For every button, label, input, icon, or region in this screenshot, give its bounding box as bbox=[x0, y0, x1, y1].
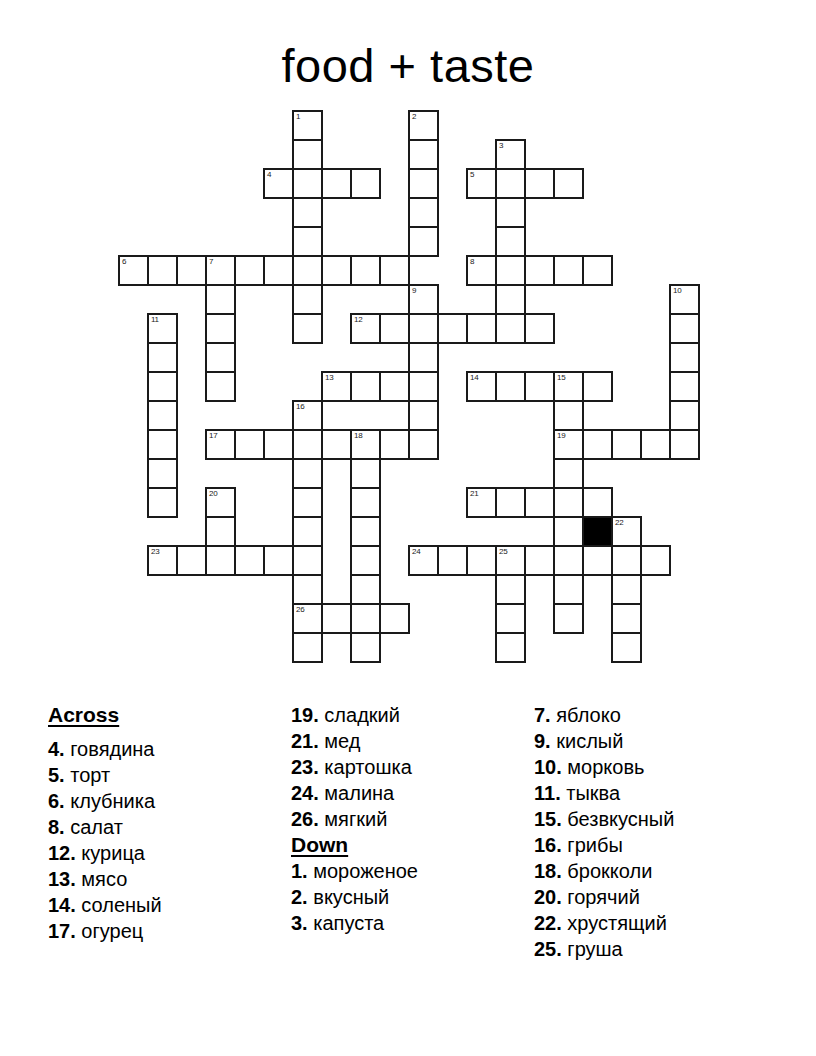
clue-down-7: 7. яблоко bbox=[534, 702, 674, 728]
cell-number-24: 24 bbox=[412, 547, 420, 557]
across-header: Across bbox=[48, 702, 162, 728]
clues-column-3: 7. яблоко9. кислый10. морковь11. тыква15… bbox=[534, 702, 674, 962]
grid-cell-r17c15[interactable] bbox=[553, 603, 584, 634]
grid-cell-r14c6[interactable] bbox=[292, 516, 323, 547]
grid-cell-r14c8[interactable] bbox=[350, 516, 381, 547]
cell-number-17: 17 bbox=[209, 431, 217, 441]
grid-cell-r7c11[interactable] bbox=[437, 313, 468, 344]
clue-down-3: 3. капуста bbox=[291, 910, 418, 936]
cell-number-12: 12 bbox=[354, 315, 362, 325]
grid-cell-r2c7[interactable] bbox=[321, 168, 352, 199]
grid-cell-r5c1[interactable] bbox=[147, 255, 178, 286]
clue-text: брокколи bbox=[567, 860, 652, 882]
clue-number: 7. bbox=[534, 704, 556, 726]
grid-cell-r7c8[interactable]: 12 bbox=[350, 313, 381, 344]
cell-number-1: 1 bbox=[296, 112, 300, 122]
grid-cell-r5c3[interactable]: 7 bbox=[205, 255, 236, 286]
cell-number-10: 10 bbox=[673, 286, 681, 296]
grid-cell-r2c13[interactable] bbox=[495, 168, 526, 199]
clue-across-13: 13. мясо bbox=[48, 866, 162, 892]
clue-number: 4. bbox=[48, 738, 70, 760]
grid-cell-r17c7[interactable] bbox=[321, 603, 352, 634]
grid-cell-r3c6[interactable] bbox=[292, 197, 323, 228]
clue-number: 10. bbox=[534, 756, 567, 778]
grid-cell-r5c9[interactable] bbox=[379, 255, 410, 286]
clue-number: 14. bbox=[48, 894, 81, 916]
clue-text: говядина bbox=[70, 738, 154, 760]
grid-cell-r2c10[interactable] bbox=[408, 168, 439, 199]
grid-cell-r7c6[interactable] bbox=[292, 313, 323, 344]
clue-across-14: 14. соленый bbox=[48, 892, 162, 918]
clue-number: 9. bbox=[534, 730, 556, 752]
grid-cell-r11c9[interactable] bbox=[379, 429, 410, 460]
clue-across-24: 24. малина bbox=[291, 780, 418, 806]
clue-number: 6. bbox=[48, 790, 70, 812]
grid-cell-r13c15[interactable] bbox=[553, 487, 584, 518]
cell-number-4: 4 bbox=[267, 170, 271, 180]
clue-down-10: 10. морковь bbox=[534, 754, 674, 780]
grid-cell-r17c17[interactable] bbox=[611, 603, 642, 634]
grid-cell-r11c8[interactable]: 18 bbox=[350, 429, 381, 460]
crossword-grid: 1234567891011121314151617181920212223242… bbox=[118, 110, 700, 663]
grid-cell-r15c17[interactable] bbox=[611, 545, 642, 576]
grid-cell-r15c16[interactable] bbox=[582, 545, 613, 576]
grid-cell-r12c6[interactable] bbox=[292, 458, 323, 489]
grid-cell-r5c16[interactable] bbox=[582, 255, 613, 286]
grid-cell-r0c6[interactable]: 1 bbox=[292, 110, 323, 141]
grid-cell-r0c10[interactable]: 2 bbox=[408, 110, 439, 141]
grid-cell-r7c12[interactable] bbox=[466, 313, 497, 344]
clue-text: капуста bbox=[313, 912, 384, 934]
grid-cell-r10c19[interactable] bbox=[669, 400, 700, 431]
cell-number-15: 15 bbox=[557, 373, 565, 383]
clue-text: горячий bbox=[567, 886, 639, 908]
grid-cell-r9c14[interactable] bbox=[524, 371, 555, 402]
grid-cell-r3c13[interactable] bbox=[495, 197, 526, 228]
clue-number: 20. bbox=[534, 886, 567, 908]
grid-cell-r12c8[interactable] bbox=[350, 458, 381, 489]
grid-cell-r11c16[interactable] bbox=[582, 429, 613, 460]
grid-cell-r17c9[interactable] bbox=[379, 603, 410, 634]
grid-cell-r6c19[interactable]: 10 bbox=[669, 284, 700, 315]
clue-across-4: 4. говядина bbox=[48, 736, 162, 762]
clue-text: торт bbox=[70, 764, 110, 786]
grid-cell-r18c6[interactable] bbox=[292, 632, 323, 663]
cell-number-7: 7 bbox=[209, 257, 213, 267]
grid-cell-r9c9[interactable] bbox=[379, 371, 410, 402]
clue-text: курица bbox=[81, 842, 145, 864]
grid-cell-r2c8[interactable] bbox=[350, 168, 381, 199]
grid-cell-r5c5[interactable] bbox=[263, 255, 294, 286]
cell-number-14: 14 bbox=[470, 373, 478, 383]
cell-number-9: 9 bbox=[412, 286, 416, 296]
grid-cell-r15c6[interactable] bbox=[292, 545, 323, 576]
grid-cell-r7c1[interactable]: 11 bbox=[147, 313, 178, 344]
clue-text: вкусный bbox=[313, 886, 389, 908]
clue-number: 2. bbox=[291, 886, 313, 908]
grid-cell-r16c15[interactable] bbox=[553, 574, 584, 605]
grid-cell-r15c13[interactable]: 25 bbox=[495, 545, 526, 576]
grid-cell-r1c10[interactable] bbox=[408, 139, 439, 170]
cell-number-21: 21 bbox=[470, 489, 478, 499]
grid-cell-r10c10[interactable] bbox=[408, 400, 439, 431]
clue-text: картошка bbox=[324, 756, 411, 778]
grid-cell-r11c6[interactable] bbox=[292, 429, 323, 460]
clue-number: 25. bbox=[534, 938, 567, 960]
grid-cell-r11c4[interactable] bbox=[234, 429, 265, 460]
grid-cell-r9c1[interactable] bbox=[147, 371, 178, 402]
clue-number: 8. bbox=[48, 816, 70, 838]
grid-cell-r1c13[interactable]: 3 bbox=[495, 139, 526, 170]
grid-cell-r9c16[interactable] bbox=[582, 371, 613, 402]
grid-cell-r2c12[interactable]: 5 bbox=[466, 168, 497, 199]
clue-down-1: 1. мороженое bbox=[291, 858, 418, 884]
grid-cell-r5c8[interactable] bbox=[350, 255, 381, 286]
clue-number: 26. bbox=[291, 808, 324, 830]
grid-cell-r15c14[interactable] bbox=[524, 545, 555, 576]
grid-cell-r5c12[interactable]: 8 bbox=[466, 255, 497, 286]
cell-number-25: 25 bbox=[499, 547, 507, 557]
clue-across-5: 5. торт bbox=[48, 762, 162, 788]
grid-cell-r5c15[interactable] bbox=[553, 255, 584, 286]
clue-across-23: 23. картошка bbox=[291, 754, 418, 780]
grid-cell-r17c8[interactable] bbox=[350, 603, 381, 634]
grid-cell-r13c8[interactable] bbox=[350, 487, 381, 518]
grid-cell-r13c3[interactable]: 20 bbox=[205, 487, 236, 518]
grid-cell-r5c4[interactable] bbox=[234, 255, 265, 286]
clue-across-17: 17. огурец bbox=[48, 918, 162, 944]
grid-cell-r2c5[interactable]: 4 bbox=[263, 168, 294, 199]
grid-cell-r14c15[interactable] bbox=[553, 516, 584, 547]
clue-number: 16. bbox=[534, 834, 567, 856]
blocked-cell bbox=[582, 516, 613, 547]
grid-cell-r15c1[interactable]: 23 bbox=[147, 545, 178, 576]
grid-cell-r18c13[interactable] bbox=[495, 632, 526, 663]
grid-cell-r15c8[interactable] bbox=[350, 545, 381, 576]
grid-cell-r1c6[interactable] bbox=[292, 139, 323, 170]
grid-cell-r15c3[interactable] bbox=[205, 545, 236, 576]
clue-number: 12. bbox=[48, 842, 81, 864]
clue-text: салат bbox=[70, 816, 123, 838]
grid-cell-r17c13[interactable] bbox=[495, 603, 526, 634]
grid-cell-r2c15[interactable] bbox=[553, 168, 584, 199]
grid-cell-r9c19[interactable] bbox=[669, 371, 700, 402]
grid-cell-r11c17[interactable] bbox=[611, 429, 642, 460]
grid-cell-r8c1[interactable] bbox=[147, 342, 178, 373]
grid-cell-r13c16[interactable] bbox=[582, 487, 613, 518]
grid-cell-r7c13[interactable] bbox=[495, 313, 526, 344]
clue-text: безвкусный bbox=[567, 808, 674, 830]
clue-number: 5. bbox=[48, 764, 70, 786]
clue-text: мороженое bbox=[313, 860, 418, 882]
clues-column-1: Across4. говядина5. торт6. клубника8. са… bbox=[48, 702, 162, 944]
clue-down-25: 25. груша bbox=[534, 936, 674, 962]
clue-down-16: 16. грибы bbox=[534, 832, 674, 858]
grid-cell-r11c5[interactable] bbox=[263, 429, 294, 460]
grid-cell-r13c1[interactable] bbox=[147, 487, 178, 518]
grid-cell-r8c3[interactable] bbox=[205, 342, 236, 373]
clue-across-12: 12. курица bbox=[48, 840, 162, 866]
clue-down-18: 18. брокколи bbox=[534, 858, 674, 884]
cell-number-19: 19 bbox=[557, 431, 565, 441]
grid-cell-r5c13[interactable] bbox=[495, 255, 526, 286]
grid-cell-r11c7[interactable] bbox=[321, 429, 352, 460]
grid-cell-r11c19[interactable] bbox=[669, 429, 700, 460]
grid-cell-r9c10[interactable] bbox=[408, 371, 439, 402]
cell-number-6: 6 bbox=[122, 257, 126, 267]
grid-cell-r15c5[interactable] bbox=[263, 545, 294, 576]
grid-cell-r3c10[interactable] bbox=[408, 197, 439, 228]
grid-cell-r10c6[interactable]: 16 bbox=[292, 400, 323, 431]
grid-cell-r2c14[interactable] bbox=[524, 168, 555, 199]
grid-cell-r7c14[interactable] bbox=[524, 313, 555, 344]
grid-cell-r15c4[interactable] bbox=[234, 545, 265, 576]
cell-number-5: 5 bbox=[470, 170, 474, 180]
grid-cell-r11c15[interactable]: 19 bbox=[553, 429, 584, 460]
cell-number-11: 11 bbox=[151, 315, 159, 325]
clue-number: 22. bbox=[534, 912, 567, 934]
grid-cell-r6c10[interactable]: 9 bbox=[408, 284, 439, 315]
clue-text: морковь bbox=[567, 756, 644, 778]
grid-cell-r12c15[interactable] bbox=[553, 458, 584, 489]
clue-down-11: 11. тыква bbox=[534, 780, 674, 806]
clue-number: 11. bbox=[534, 782, 566, 804]
clue-across-19: 19. сладкий bbox=[291, 702, 418, 728]
grid-cell-r10c1[interactable] bbox=[147, 400, 178, 431]
grid-cell-r9c7[interactable]: 13 bbox=[321, 371, 352, 402]
grid-cell-r11c18[interactable] bbox=[640, 429, 671, 460]
clue-number: 23. bbox=[291, 756, 324, 778]
clue-text: кислый bbox=[556, 730, 623, 752]
grid-cell-r9c8[interactable] bbox=[350, 371, 381, 402]
cell-number-8: 8 bbox=[470, 257, 474, 267]
clue-number: 1. bbox=[291, 860, 313, 882]
clue-across-21: 21. мед bbox=[291, 728, 418, 754]
clue-down-22: 22. хрустящий bbox=[534, 910, 674, 936]
clue-text: мягкий bbox=[324, 808, 387, 830]
grid-cell-r15c12[interactable] bbox=[466, 545, 497, 576]
grid-cell-r18c8[interactable] bbox=[350, 632, 381, 663]
clue-text: грибы bbox=[567, 834, 622, 856]
grid-cell-r9c13[interactable] bbox=[495, 371, 526, 402]
crossword-worksheet: food + taste 123456789101112131415161718… bbox=[0, 0, 816, 1056]
grid-cell-r4c6[interactable] bbox=[292, 226, 323, 257]
grid-cell-r11c3[interactable]: 17 bbox=[205, 429, 236, 460]
grid-cell-r9c3[interactable] bbox=[205, 371, 236, 402]
grid-cell-r16c8[interactable] bbox=[350, 574, 381, 605]
cell-number-16: 16 bbox=[296, 402, 304, 412]
clue-number: 21. bbox=[291, 730, 324, 752]
grid-cell-r8c10[interactable] bbox=[408, 342, 439, 373]
grid-cell-r18c17[interactable] bbox=[611, 632, 642, 663]
grid-cell-r11c1[interactable] bbox=[147, 429, 178, 460]
grid-cell-r5c0[interactable]: 6 bbox=[118, 255, 149, 286]
grid-cell-r15c18[interactable] bbox=[640, 545, 671, 576]
clue-across-26: 26. мягкий bbox=[291, 806, 418, 832]
clue-down-20: 20. горячий bbox=[534, 884, 674, 910]
grid-cell-r5c6[interactable] bbox=[292, 255, 323, 286]
grid-cell-r12c1[interactable] bbox=[147, 458, 178, 489]
cell-number-18: 18 bbox=[354, 431, 362, 441]
grid-cell-r7c9[interactable] bbox=[379, 313, 410, 344]
grid-cell-r13c12[interactable]: 21 bbox=[466, 487, 497, 518]
grid-cell-r13c6[interactable] bbox=[292, 487, 323, 518]
grid-cell-r6c6[interactable] bbox=[292, 284, 323, 315]
grid-cell-r5c14[interactable] bbox=[524, 255, 555, 286]
clue-across-6: 6. клубника bbox=[48, 788, 162, 814]
clue-down-9: 9. кислый bbox=[534, 728, 674, 754]
cell-number-13: 13 bbox=[325, 373, 333, 383]
clue-text: сладкий bbox=[324, 704, 400, 726]
grid-cell-r16c13[interactable] bbox=[495, 574, 526, 605]
cell-number-20: 20 bbox=[209, 489, 217, 499]
clue-text: малина bbox=[324, 782, 394, 804]
grid-cell-r7c19[interactable] bbox=[669, 313, 700, 344]
cell-number-26: 26 bbox=[296, 605, 304, 615]
grid-cell-r2c6[interactable] bbox=[292, 168, 323, 199]
grid-cell-r10c15[interactable] bbox=[553, 400, 584, 431]
grid-cell-r5c2[interactable] bbox=[176, 255, 207, 286]
grid-cell-r9c12[interactable]: 14 bbox=[466, 371, 497, 402]
grid-cell-r4c10[interactable] bbox=[408, 226, 439, 257]
grid-cell-r15c10[interactable]: 24 bbox=[408, 545, 439, 576]
clue-text: хрустящий bbox=[567, 912, 666, 934]
clue-number: 13. bbox=[48, 868, 81, 890]
clue-text: тыква bbox=[566, 782, 620, 804]
clue-text: мед bbox=[324, 730, 360, 752]
grid-cell-r8c19[interactable] bbox=[669, 342, 700, 373]
cell-number-2: 2 bbox=[412, 112, 416, 122]
clue-down-15: 15. безвкусный bbox=[534, 806, 674, 832]
clue-across-8: 8. салат bbox=[48, 814, 162, 840]
grid-cell-r16c6[interactable] bbox=[292, 574, 323, 605]
page-title: food + taste bbox=[0, 38, 816, 93]
cell-number-23: 23 bbox=[151, 547, 159, 557]
grid-cell-r13c13[interactable] bbox=[495, 487, 526, 518]
clue-text: соленый bbox=[81, 894, 161, 916]
clue-text: огурец bbox=[81, 920, 143, 942]
clue-number: 18. bbox=[534, 860, 567, 882]
clue-text: мясо bbox=[81, 868, 127, 890]
clue-number: 19. bbox=[291, 704, 324, 726]
grid-cell-r7c3[interactable] bbox=[205, 313, 236, 344]
grid-cell-r6c13[interactable] bbox=[495, 284, 526, 315]
grid-cell-r15c2[interactable] bbox=[176, 545, 207, 576]
grid-cell-r9c15[interactable]: 15 bbox=[553, 371, 584, 402]
grid-cell-r17c6[interactable]: 26 bbox=[292, 603, 323, 634]
clue-number: 3. bbox=[291, 912, 313, 934]
grid-cell-r4c13[interactable] bbox=[495, 226, 526, 257]
grid-cell-r15c11[interactable] bbox=[437, 545, 468, 576]
grid-cell-r14c3[interactable] bbox=[205, 516, 236, 547]
clue-number: 17. bbox=[48, 920, 81, 942]
cell-number-3: 3 bbox=[499, 141, 503, 151]
clues-column-2: 19. сладкий21. мед23. картошка24. малина… bbox=[291, 702, 418, 936]
clue-text: клубника bbox=[70, 790, 155, 812]
grid-cell-r6c3[interactable] bbox=[205, 284, 236, 315]
clue-number: 15. bbox=[534, 808, 567, 830]
grid-cell-r15c15[interactable] bbox=[553, 545, 584, 576]
down-header: Down bbox=[291, 832, 418, 858]
grid-cell-r5c7[interactable] bbox=[321, 255, 352, 286]
grid-cell-r11c10[interactable] bbox=[408, 429, 439, 460]
clue-text: яблоко bbox=[556, 704, 621, 726]
cell-number-22: 22 bbox=[615, 518, 623, 528]
grid-cell-r7c10[interactable] bbox=[408, 313, 439, 344]
clue-number: 24. bbox=[291, 782, 324, 804]
clue-down-2: 2. вкусный bbox=[291, 884, 418, 910]
grid-cell-r16c17[interactable] bbox=[611, 574, 642, 605]
grid-cell-r14c17[interactable]: 22 bbox=[611, 516, 642, 547]
grid-cell-r13c14[interactable] bbox=[524, 487, 555, 518]
clue-text: груша bbox=[567, 938, 622, 960]
